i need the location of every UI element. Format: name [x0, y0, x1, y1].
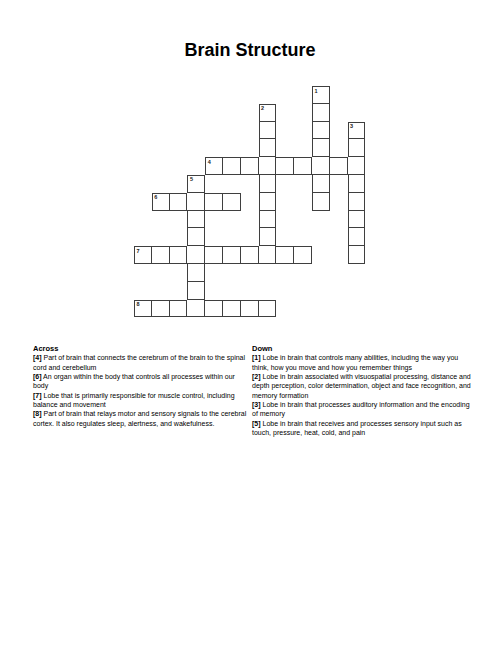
grid-cell[interactable] — [187, 211, 205, 229]
clue-number: 6 — [154, 194, 157, 200]
clue-item-number: [4] — [33, 354, 42, 361]
grid-cell[interactable] — [241, 300, 259, 318]
grid-cell[interactable] — [170, 193, 188, 211]
clue-item: [3] Lobe in brain that processes auditor… — [252, 400, 471, 419]
clue-item: [5] Lobe in brain that receives and proc… — [252, 419, 471, 438]
clue-item: [2] Lobe in brain associated with visuos… — [252, 372, 471, 400]
grid-cell[interactable] — [330, 157, 348, 175]
grid-cell[interactable] — [170, 300, 188, 318]
grid-cell[interactable] — [259, 228, 277, 246]
grid-cell[interactable] — [259, 175, 277, 193]
clue-item-number: [1] — [252, 354, 261, 361]
grid-cell[interactable] — [348, 193, 366, 211]
grid-cell[interactable] — [187, 246, 205, 264]
grid-cell[interactable]: 8 — [134, 300, 152, 318]
grid-cell[interactable] — [348, 211, 366, 229]
clue-number: 7 — [137, 248, 140, 254]
grid-cell[interactable] — [259, 211, 277, 229]
clue-number: 5 — [190, 176, 193, 182]
grid-cell[interactable] — [187, 193, 205, 211]
grid-cell[interactable] — [348, 157, 366, 175]
clue-item-number: [6] — [33, 373, 42, 380]
clue-item-number: [5] — [252, 420, 261, 427]
grid-cell[interactable] — [223, 193, 241, 211]
clue-item: [1] Lobe in brain that controls many abi… — [252, 353, 471, 372]
clue-item: [8] Part of brain that relays motor and … — [33, 409, 247, 428]
clue-item-number: [3] — [252, 401, 261, 408]
grid-cell[interactable] — [312, 175, 330, 193]
grid-cell[interactable] — [312, 122, 330, 140]
grid-cell[interactable] — [205, 246, 223, 264]
clue-number: 8 — [137, 301, 140, 307]
clue-number: 3 — [350, 123, 353, 129]
grid-cell[interactable]: 6 — [152, 193, 170, 211]
grid-cell[interactable] — [348, 175, 366, 193]
grid-cell[interactable] — [205, 193, 223, 211]
grid-cell[interactable]: 4 — [205, 157, 223, 175]
across-clues-section: Across [4] Part of brain that connects t… — [33, 344, 247, 428]
grid-cell[interactable]: 3 — [348, 122, 366, 140]
grid-cell[interactable] — [152, 300, 170, 318]
grid-cell[interactable] — [187, 264, 205, 282]
grid-cell[interactable] — [241, 246, 259, 264]
clue-item: [7] Lobe that is primarily responsible f… — [33, 391, 247, 410]
crossword-grid: 12345678 — [134, 86, 365, 317]
grid-cell[interactable] — [259, 157, 277, 175]
grid-cell[interactable] — [259, 139, 277, 157]
down-clues-section: Down [1] Lobe in brain that controls man… — [252, 344, 471, 437]
grid-cell[interactable] — [312, 139, 330, 157]
grid-cell[interactable] — [187, 228, 205, 246]
grid-cell[interactable] — [294, 246, 312, 264]
grid-cell[interactable] — [187, 282, 205, 300]
clue-number: 1 — [314, 88, 317, 94]
grid-cell[interactable] — [259, 122, 277, 140]
clue-item-number: [2] — [252, 373, 261, 380]
down-header: Down — [252, 344, 471, 353]
puzzle-title: Brain Structure — [0, 40, 500, 61]
grid-cell[interactable]: 7 — [134, 246, 152, 264]
grid-cell[interactable] — [223, 157, 241, 175]
clue-number: 4 — [208, 159, 211, 165]
grid-cell[interactable] — [241, 157, 259, 175]
grid-cell[interactable] — [223, 300, 241, 318]
grid-cell[interactable] — [205, 300, 223, 318]
clue-item: [6] An organ within the body that contro… — [33, 372, 247, 391]
grid-cell[interactable] — [294, 157, 312, 175]
grid-cell[interactable] — [348, 139, 366, 157]
across-header: Across — [33, 344, 247, 353]
grid-cell[interactable] — [152, 246, 170, 264]
clue-number: 2 — [261, 105, 264, 111]
grid-cell[interactable] — [259, 246, 277, 264]
grid-cell[interactable] — [276, 246, 294, 264]
grid-cell[interactable] — [312, 157, 330, 175]
grid-cell[interactable] — [312, 193, 330, 211]
grid-cell[interactable] — [223, 246, 241, 264]
grid-cell[interactable] — [348, 228, 366, 246]
grid-cell[interactable] — [348, 246, 366, 264]
grid-cell[interactable] — [276, 157, 294, 175]
clue-item: [4] Part of brain that connects the cere… — [33, 353, 247, 372]
grid-cell[interactable]: 5 — [187, 175, 205, 193]
clue-item-number: [8] — [33, 410, 42, 417]
grid-cell[interactable] — [259, 193, 277, 211]
grid-cell[interactable]: 1 — [312, 86, 330, 104]
grid-cell[interactable] — [259, 300, 277, 318]
grid-cell[interactable] — [170, 246, 188, 264]
clue-item-number: [7] — [33, 392, 42, 399]
worksheet-page: { "game": "crossword", "title": "Brain S… — [0, 0, 500, 647]
grid-cell[interactable]: 2 — [259, 104, 277, 122]
grid-cell[interactable] — [312, 104, 330, 122]
grid-cell[interactable] — [187, 300, 205, 318]
